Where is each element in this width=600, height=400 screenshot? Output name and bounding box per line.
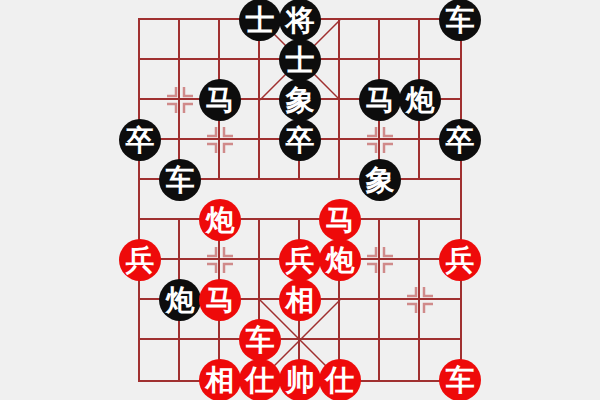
board-cell [380,340,420,380]
piece-red-chariot[interactable]: 车 [439,359,481,400]
piece-black-horse[interactable]: 马 [199,79,241,121]
piece-red-cannon[interactable]: 炮 [199,199,241,241]
piece-red-advisor[interactable]: 仕 [319,359,361,400]
piece-red-soldier[interactable]: 兵 [439,239,481,281]
board-cell [380,220,420,260]
piece-black-cannon[interactable]: 炮 [399,79,441,121]
piece-red-horse[interactable]: 马 [199,279,241,321]
piece-black-elephant[interactable]: 象 [359,159,401,201]
piece-black-soldier[interactable]: 卒 [119,119,161,161]
piece-red-advisor[interactable]: 仕 [239,359,281,400]
piece-red-soldier[interactable]: 兵 [119,239,161,281]
board-cell [340,300,380,340]
piece-black-horse[interactable]: 马 [359,79,401,121]
board-cell [220,140,260,180]
piece-black-advisor[interactable]: 士 [279,39,321,81]
board-cell [180,20,220,60]
xiangqi-board: 士将车士马象马炮卒卒卒车象炮马兵兵炮兵炮马相车相仕帅仕车 [0,0,600,400]
piece-red-soldier[interactable]: 兵 [279,239,321,281]
board-cell [380,300,420,340]
piece-red-elephant[interactable]: 相 [199,359,241,400]
board-cell [140,340,180,380]
piece-black-cannon[interactable]: 炮 [159,279,201,321]
board-cell [380,20,420,60]
board-cell [260,180,300,220]
piece-black-general[interactable]: 将 [279,0,321,41]
board-cell [140,60,180,100]
board-cell [340,20,380,60]
piece-black-chariot[interactable]: 车 [439,0,481,41]
piece-red-cannon[interactable]: 炮 [319,239,361,281]
piece-black-chariot[interactable]: 车 [159,159,201,201]
piece-black-soldier[interactable]: 卒 [279,119,321,161]
piece-black-elephant[interactable]: 象 [279,79,321,121]
piece-red-horse[interactable]: 马 [319,199,361,241]
piece-red-general[interactable]: 帅 [279,359,321,400]
board-cell [380,260,420,300]
piece-red-elephant[interactable]: 相 [279,279,321,321]
piece-black-advisor[interactable]: 士 [239,0,281,41]
board-cell [140,20,180,60]
piece-black-soldier[interactable]: 卒 [439,119,481,161]
board-cell [420,180,460,220]
piece-red-chariot[interactable]: 车 [239,319,281,361]
board-cell [420,300,460,340]
